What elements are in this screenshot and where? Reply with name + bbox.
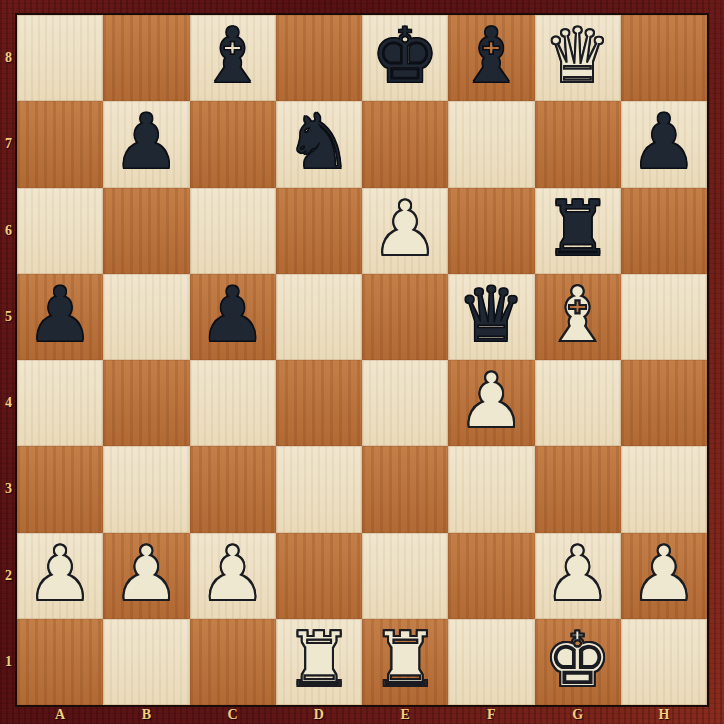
piece-black-pawn-h7[interactable]: ♟ [630,104,698,180]
square-g1[interactable]: ♚ [535,619,621,705]
square-g7[interactable] [535,101,621,187]
square-c1[interactable] [190,619,276,705]
file-label-h: H [621,705,707,724]
piece-white-pawn-c2[interactable]: ♟ [199,536,267,612]
square-e2[interactable] [362,533,448,619]
square-d3[interactable] [276,446,362,532]
square-e1[interactable]: ♜ [362,619,448,705]
square-d6[interactable] [276,188,362,274]
square-g5[interactable]: ♝ [535,274,621,360]
square-f7[interactable] [448,101,534,187]
rank-label-3: 3 [0,446,17,532]
square-c3[interactable] [190,446,276,532]
file-label-g: G [535,705,621,724]
file-label-e: E [362,705,448,724]
square-b8[interactable] [103,15,189,101]
square-b3[interactable] [103,446,189,532]
piece-black-rook-g6[interactable]: ♜ [544,191,612,267]
square-e8[interactable]: ♚ [362,15,448,101]
piece-white-pawn-f4[interactable]: ♟ [457,363,525,439]
chess-board: ♝♚♝♛♟♞♟♟♜♟♟♛♝♟♟♟♟♟♟♜♜♚ [17,15,707,705]
square-g3[interactable] [535,446,621,532]
square-g4[interactable] [535,360,621,446]
square-b6[interactable] [103,188,189,274]
square-a5[interactable]: ♟ [17,274,103,360]
square-a7[interactable] [17,101,103,187]
square-a3[interactable] [17,446,103,532]
piece-white-king-g1[interactable]: ♚ [544,622,612,698]
square-h3[interactable] [621,446,707,532]
piece-black-pawn-c5[interactable]: ♟ [199,277,267,353]
square-a2[interactable]: ♟ [17,533,103,619]
piece-white-pawn-e6[interactable]: ♟ [371,191,439,267]
square-g2[interactable]: ♟ [535,533,621,619]
piece-white-bishop-g5[interactable]: ♝ [544,277,612,353]
square-a4[interactable] [17,360,103,446]
square-f2[interactable] [448,533,534,619]
rank-label-4: 4 [0,360,17,446]
square-d5[interactable] [276,274,362,360]
file-label-b: B [103,705,189,724]
square-d7[interactable]: ♞ [276,101,362,187]
square-c6[interactable] [190,188,276,274]
chess-board-frame: ♝♚♝♛♟♞♟♟♜♟♟♛♝♟♟♟♟♟♟♜♜♚ 87654321 ABCDEFGH [0,0,724,724]
square-h5[interactable] [621,274,707,360]
square-h8[interactable] [621,15,707,101]
square-b4[interactable] [103,360,189,446]
square-f1[interactable] [448,619,534,705]
square-c2[interactable]: ♟ [190,533,276,619]
square-d1[interactable]: ♜ [276,619,362,705]
piece-white-pawn-a2[interactable]: ♟ [26,536,94,612]
square-g8[interactable]: ♛ [535,15,621,101]
square-e5[interactable] [362,274,448,360]
square-f3[interactable] [448,446,534,532]
square-d4[interactable] [276,360,362,446]
piece-white-rook-d1[interactable]: ♜ [285,622,353,698]
piece-black-bishop-f8[interactable]: ♝ [457,18,525,94]
square-h1[interactable] [621,619,707,705]
rank-coordinates: 87654321 [0,15,17,705]
square-a6[interactable] [17,188,103,274]
square-f4[interactable]: ♟ [448,360,534,446]
square-h4[interactable] [621,360,707,446]
piece-black-knight-d7[interactable]: ♞ [285,104,353,180]
square-f8[interactable]: ♝ [448,15,534,101]
square-b1[interactable] [103,619,189,705]
file-coordinates: ABCDEFGH [17,705,707,724]
square-a1[interactable] [17,619,103,705]
square-e7[interactable] [362,101,448,187]
rank-label-1: 1 [0,619,17,705]
piece-white-pawn-b2[interactable]: ♟ [112,536,180,612]
rank-label-6: 6 [0,188,17,274]
square-c7[interactable] [190,101,276,187]
square-c5[interactable]: ♟ [190,274,276,360]
square-b5[interactable] [103,274,189,360]
rank-label-2: 2 [0,533,17,619]
file-label-c: C [190,705,276,724]
piece-white-rook-e1[interactable]: ♜ [371,622,439,698]
square-d2[interactable] [276,533,362,619]
square-e6[interactable]: ♟ [362,188,448,274]
piece-white-pawn-h2[interactable]: ♟ [630,536,698,612]
rank-label-5: 5 [0,274,17,360]
square-b7[interactable]: ♟ [103,101,189,187]
rank-label-8: 8 [0,15,17,101]
square-h2[interactable]: ♟ [621,533,707,619]
piece-white-pawn-g2[interactable]: ♟ [544,536,612,612]
file-label-a: A [17,705,103,724]
piece-black-king-e8[interactable]: ♚ [371,18,439,94]
file-label-d: D [276,705,362,724]
square-g6[interactable]: ♜ [535,188,621,274]
square-a8[interactable] [17,15,103,101]
file-label-f: F [448,705,534,724]
square-e4[interactable] [362,360,448,446]
square-c4[interactable] [190,360,276,446]
square-f5[interactable]: ♛ [448,274,534,360]
square-b2[interactable]: ♟ [103,533,189,619]
piece-black-pawn-a5[interactable]: ♟ [26,277,94,353]
square-f6[interactable] [448,188,534,274]
piece-white-queen-g8[interactable]: ♛ [544,18,612,94]
rank-label-7: 7 [0,101,17,187]
piece-black-pawn-b7[interactable]: ♟ [112,104,180,180]
piece-black-queen-f5[interactable]: ♛ [457,277,525,353]
square-c8[interactable]: ♝ [190,15,276,101]
square-e3[interactable] [362,446,448,532]
square-h6[interactable] [621,188,707,274]
piece-black-bishop-c8[interactable]: ♝ [199,18,267,94]
square-d8[interactable] [276,15,362,101]
square-h7[interactable]: ♟ [621,101,707,187]
